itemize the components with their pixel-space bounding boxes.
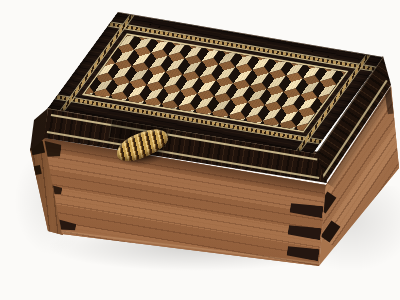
hinge-pin-dot [311,50,314,52]
photo-canvas [0,0,400,300]
hinge-pin-dot [158,26,161,28]
stringing-frame [82,33,349,132]
tumbling-pattern-field [85,35,346,131]
hinge-pin-dot [149,24,152,26]
